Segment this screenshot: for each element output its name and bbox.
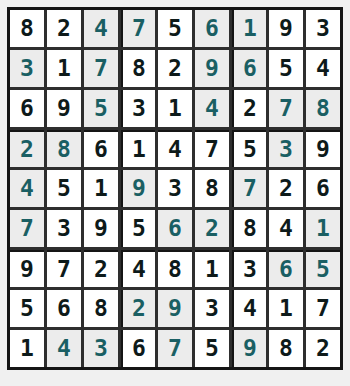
cell-r1c9[interactable]: 3 xyxy=(306,10,340,47)
cell-r6c4[interactable]: 5 xyxy=(121,210,155,247)
cell-r1c2[interactable]: 2 xyxy=(47,10,81,47)
cell-r7c8[interactable]: 6 xyxy=(269,250,303,287)
cell-r8c9[interactable]: 7 xyxy=(306,290,340,327)
cell-r5c7[interactable]: 7 xyxy=(232,170,266,207)
cell-r3c3[interactable]: 5 xyxy=(84,90,118,127)
cell-r8c2[interactable]: 6 xyxy=(47,290,81,327)
cell-r7c1[interactable]: 9 xyxy=(10,250,44,287)
cell-r6c7[interactable]: 8 xyxy=(232,210,266,247)
cell-r2c7[interactable]: 6 xyxy=(232,50,266,87)
cell-r4c6[interactable]: 7 xyxy=(195,130,229,167)
cell-r6c1[interactable]: 7 xyxy=(10,210,44,247)
cell-r8c6[interactable]: 3 xyxy=(195,290,229,327)
cell-r3c1[interactable]: 6 xyxy=(10,90,44,127)
cell-r9c7[interactable]: 9 xyxy=(232,330,266,367)
cell-r8c7[interactable]: 4 xyxy=(232,290,266,327)
cell-r5c4[interactable]: 9 xyxy=(121,170,155,207)
cell-r4c8[interactable]: 3 xyxy=(269,130,303,167)
cell-r3c6[interactable]: 4 xyxy=(195,90,229,127)
cell-r4c1[interactable]: 2 xyxy=(10,130,44,167)
cell-r4c9[interactable]: 9 xyxy=(306,130,340,167)
cell-r8c3[interactable]: 8 xyxy=(84,290,118,327)
cell-r2c4[interactable]: 8 xyxy=(121,50,155,87)
cell-r4c3[interactable]: 6 xyxy=(84,130,118,167)
cell-r3c4[interactable]: 3 xyxy=(121,90,155,127)
cell-r2c1[interactable]: 3 xyxy=(10,50,44,87)
cell-r7c9[interactable]: 5 xyxy=(306,250,340,287)
cell-r3c2[interactable]: 9 xyxy=(47,90,81,127)
cell-r5c9[interactable]: 6 xyxy=(306,170,340,207)
cell-r3c5[interactable]: 1 xyxy=(158,90,192,127)
cell-r7c3[interactable]: 2 xyxy=(84,250,118,287)
sudoku-board: 8247561933178296546953142782861475394519… xyxy=(7,7,343,370)
cell-r8c5[interactable]: 9 xyxy=(158,290,192,327)
cell-r8c1[interactable]: 5 xyxy=(10,290,44,327)
cell-r1c1[interactable]: 8 xyxy=(10,10,44,47)
cell-r1c6[interactable]: 6 xyxy=(195,10,229,47)
cell-r2c8[interactable]: 5 xyxy=(269,50,303,87)
page: 8247561933178296546953142782861475394519… xyxy=(0,0,350,380)
cell-r9c9[interactable]: 2 xyxy=(306,330,340,367)
cell-r6c8[interactable]: 4 xyxy=(269,210,303,247)
cell-r2c6[interactable]: 9 xyxy=(195,50,229,87)
cell-r9c4[interactable]: 6 xyxy=(121,330,155,367)
cell-r4c5[interactable]: 4 xyxy=(158,130,192,167)
cell-r4c4[interactable]: 1 xyxy=(121,130,155,167)
cell-r6c6[interactable]: 2 xyxy=(195,210,229,247)
cell-r7c4[interactable]: 4 xyxy=(121,250,155,287)
cell-r9c1[interactable]: 1 xyxy=(10,330,44,367)
cell-r9c2[interactable]: 4 xyxy=(47,330,81,367)
cell-r6c5[interactable]: 6 xyxy=(158,210,192,247)
cell-r5c6[interactable]: 8 xyxy=(195,170,229,207)
cell-r8c4[interactable]: 2 xyxy=(121,290,155,327)
cell-r1c3[interactable]: 4 xyxy=(84,10,118,47)
cell-r5c1[interactable]: 4 xyxy=(10,170,44,207)
cell-r9c3[interactable]: 3 xyxy=(84,330,118,367)
cell-r7c5[interactable]: 8 xyxy=(158,250,192,287)
cell-r1c7[interactable]: 1 xyxy=(232,10,266,47)
cell-r4c2[interactable]: 8 xyxy=(47,130,81,167)
cell-r5c5[interactable]: 3 xyxy=(158,170,192,207)
cell-r2c9[interactable]: 4 xyxy=(306,50,340,87)
cell-r9c5[interactable]: 7 xyxy=(158,330,192,367)
cell-r3c8[interactable]: 7 xyxy=(269,90,303,127)
cell-r6c2[interactable]: 3 xyxy=(47,210,81,247)
cell-r7c6[interactable]: 1 xyxy=(195,250,229,287)
cell-r7c2[interactable]: 7 xyxy=(47,250,81,287)
cell-r5c8[interactable]: 2 xyxy=(269,170,303,207)
cell-r9c8[interactable]: 8 xyxy=(269,330,303,367)
cell-r1c5[interactable]: 5 xyxy=(158,10,192,47)
cell-r1c8[interactable]: 9 xyxy=(269,10,303,47)
cell-r6c9[interactable]: 1 xyxy=(306,210,340,247)
cell-r2c2[interactable]: 1 xyxy=(47,50,81,87)
cell-r6c3[interactable]: 9 xyxy=(84,210,118,247)
cell-r7c7[interactable]: 3 xyxy=(232,250,266,287)
cell-r5c3[interactable]: 1 xyxy=(84,170,118,207)
cell-r2c5[interactable]: 2 xyxy=(158,50,192,87)
cell-r4c7[interactable]: 5 xyxy=(232,130,266,167)
cell-r5c2[interactable]: 5 xyxy=(47,170,81,207)
cell-r3c9[interactable]: 8 xyxy=(306,90,340,127)
cell-r3c7[interactable]: 2 xyxy=(232,90,266,127)
cell-r8c8[interactable]: 1 xyxy=(269,290,303,327)
cell-r1c4[interactable]: 7 xyxy=(121,10,155,47)
cell-r2c3[interactable]: 7 xyxy=(84,50,118,87)
cell-r9c6[interactable]: 5 xyxy=(195,330,229,367)
